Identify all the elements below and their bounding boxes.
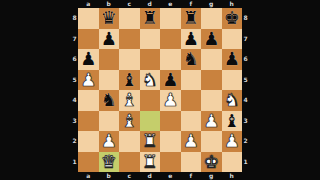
rank-label-8: 8 — [242, 8, 249, 29]
square-c8[interactable] — [119, 8, 140, 29]
piece-black-pawn-g7[interactable]: ♟ — [201, 29, 222, 50]
rank-label-3: 3 — [242, 111, 249, 132]
square-f5[interactable] — [181, 70, 202, 91]
rank-label-8: 8 — [71, 8, 78, 29]
square-e7[interactable] — [160, 29, 181, 50]
piece-white-rook-d1[interactable]: ♜ — [140, 152, 161, 173]
piece-black-bishop-c5[interactable]: ♝ — [119, 70, 140, 91]
file-label-g: g — [201, 172, 222, 180]
square-h4[interactable]: ♞ — [222, 90, 243, 111]
piece-white-knight-d5[interactable]: ♞ — [140, 70, 161, 91]
piece-white-king-g1[interactable]: ♚ — [201, 152, 222, 173]
piece-white-queen-b1[interactable]: ♛ — [99, 152, 120, 173]
piece-white-bishop-c3[interactable]: ♝ — [119, 111, 140, 132]
piece-black-knight-f6[interactable]: ♞ — [181, 49, 202, 70]
square-f3[interactable] — [181, 111, 202, 132]
square-b5[interactable] — [99, 70, 120, 91]
file-label-f: f — [181, 172, 202, 180]
square-d1[interactable]: ♜ — [140, 152, 161, 173]
square-a4[interactable] — [78, 90, 99, 111]
rank-labels-right: 87654321 — [242, 8, 249, 172]
piece-black-rook-f8[interactable]: ♜ — [181, 8, 202, 29]
rank-label-3: 3 — [71, 111, 78, 132]
square-g2[interactable] — [201, 131, 222, 152]
piece-black-bishop-h3[interactable]: ♝ — [222, 111, 243, 132]
square-d8[interactable]: ♜ — [140, 8, 161, 29]
square-d3[interactable] — [140, 111, 161, 132]
square-a3[interactable] — [78, 111, 99, 132]
file-label-c: c — [119, 0, 140, 8]
square-h6[interactable]: ♟ — [222, 49, 243, 70]
rank-label-2: 2 — [242, 131, 249, 152]
square-g8[interactable] — [201, 8, 222, 29]
file-label-g: g — [201, 0, 222, 8]
piece-white-pawn-f2[interactable]: ♟ — [181, 131, 202, 152]
square-a7[interactable] — [78, 29, 99, 50]
square-b2[interactable]: ♟ — [99, 131, 120, 152]
square-c4[interactable]: ♝ — [119, 90, 140, 111]
square-h2[interactable]: ♟ — [222, 131, 243, 152]
piece-white-pawn-a5[interactable]: ♟ — [78, 70, 99, 91]
file-label-e: e — [160, 0, 181, 8]
square-c7[interactable] — [119, 29, 140, 50]
square-e8[interactable] — [160, 8, 181, 29]
square-d2[interactable]: ♜ — [140, 131, 161, 152]
file-label-d: d — [140, 172, 161, 180]
file-label-b: b — [99, 172, 120, 180]
rank-labels-left: 87654321 — [71, 8, 78, 172]
file-labels-bottom: abcdefgh — [78, 172, 242, 180]
rank-label-4: 4 — [71, 90, 78, 111]
piece-white-pawn-h2[interactable]: ♟ — [222, 131, 243, 152]
square-h3[interactable]: ♝ — [222, 111, 243, 132]
square-f4[interactable] — [181, 90, 202, 111]
square-g6[interactable] — [201, 49, 222, 70]
square-c3[interactable]: ♝ — [119, 111, 140, 132]
rank-label-6: 6 — [71, 49, 78, 70]
square-d6[interactable] — [140, 49, 161, 70]
rank-label-5: 5 — [242, 70, 249, 91]
piece-black-pawn-f7[interactable]: ♟ — [181, 29, 202, 50]
square-d5[interactable]: ♞ — [140, 70, 161, 91]
square-h8[interactable]: ♚ — [222, 8, 243, 29]
file-label-h: h — [222, 172, 243, 180]
square-f1[interactable] — [181, 152, 202, 173]
piece-white-pawn-g3[interactable]: ♟ — [201, 111, 222, 132]
piece-black-king-h8[interactable]: ♚ — [222, 8, 243, 29]
square-a5[interactable]: ♟ — [78, 70, 99, 91]
square-c2[interactable] — [119, 131, 140, 152]
file-label-a: a — [78, 172, 99, 180]
rank-label-7: 7 — [242, 29, 249, 50]
piece-black-queen-b8[interactable]: ♛ — [99, 8, 120, 29]
square-g1[interactable]: ♚ — [201, 152, 222, 173]
file-label-e: e — [160, 172, 181, 180]
piece-white-pawn-e4[interactable]: ♟ — [160, 90, 181, 111]
piece-white-pawn-b2[interactable]: ♟ — [99, 131, 120, 152]
rank-label-6: 6 — [242, 49, 249, 70]
square-e1[interactable] — [160, 152, 181, 173]
rank-label-2: 2 — [71, 131, 78, 152]
square-c1[interactable] — [119, 152, 140, 173]
piece-white-bishop-c4[interactable]: ♝ — [119, 90, 140, 111]
square-g7[interactable]: ♟ — [201, 29, 222, 50]
square-e2[interactable] — [160, 131, 181, 152]
piece-black-pawn-h6[interactable]: ♟ — [222, 49, 243, 70]
square-b1[interactable]: ♛ — [99, 152, 120, 173]
square-h1[interactable] — [222, 152, 243, 173]
piece-white-rook-d2[interactable]: ♜ — [140, 131, 161, 152]
square-g5[interactable] — [201, 70, 222, 91]
square-h7[interactable] — [222, 29, 243, 50]
square-b8[interactable]: ♛ — [99, 8, 120, 29]
square-c5[interactable]: ♝ — [119, 70, 140, 91]
piece-black-rook-d8[interactable]: ♜ — [140, 8, 161, 29]
square-b7[interactable]: ♟ — [99, 29, 120, 50]
file-label-a: a — [78, 0, 99, 8]
rank-label-4: 4 — [242, 90, 249, 111]
rank-label-1: 1 — [242, 152, 249, 173]
square-e6[interactable] — [160, 49, 181, 70]
square-c6[interactable] — [119, 49, 140, 70]
piece-black-pawn-e5[interactable]: ♟ — [160, 70, 181, 91]
square-b3[interactable] — [99, 111, 120, 132]
square-d7[interactable] — [140, 29, 161, 50]
square-f8[interactable]: ♜ — [181, 8, 202, 29]
square-b6[interactable] — [99, 49, 120, 70]
rank-label-5: 5 — [71, 70, 78, 91]
square-g4[interactable] — [201, 90, 222, 111]
square-f2[interactable]: ♟ — [181, 131, 202, 152]
square-e4[interactable]: ♟ — [160, 90, 181, 111]
file-label-c: c — [119, 172, 140, 180]
square-f7[interactable]: ♟ — [181, 29, 202, 50]
piece-black-knight-b4[interactable]: ♞ — [99, 90, 120, 111]
square-h5[interactable] — [222, 70, 243, 91]
piece-white-knight-h4[interactable]: ♞ — [222, 90, 243, 111]
rank-label-7: 7 — [71, 29, 78, 50]
square-a8[interactable] — [78, 8, 99, 29]
rank-label-1: 1 — [71, 152, 78, 173]
square-e5[interactable]: ♟ — [160, 70, 181, 91]
piece-black-pawn-a6[interactable]: ♟ — [78, 49, 99, 70]
square-a1[interactable] — [78, 152, 99, 173]
square-a6[interactable]: ♟ — [78, 49, 99, 70]
square-d4[interactable] — [140, 90, 161, 111]
square-a2[interactable] — [78, 131, 99, 152]
piece-black-pawn-b7[interactable]: ♟ — [99, 29, 120, 50]
square-g3[interactable]: ♟ — [201, 111, 222, 132]
square-b4[interactable]: ♞ — [99, 90, 120, 111]
square-e3[interactable] — [160, 111, 181, 132]
chess-board-frame: abcdefgh 87654321 ♛♜♜♚♟♟♟♟♞♟♟♝♞♟♞♝♟♞♝♟♝♟… — [71, 0, 249, 180]
chess-board[interactable]: ♛♜♜♚♟♟♟♟♞♟♟♝♞♟♞♝♟♞♝♟♝♟♜♟♟♛♜♚ — [78, 8, 242, 172]
square-f6[interactable]: ♞ — [181, 49, 202, 70]
